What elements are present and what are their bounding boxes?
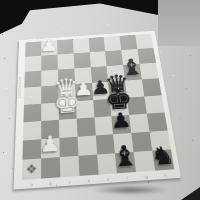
piece-black-bishop-f1[interactable]: ♝	[110, 141, 140, 171]
file-label-d: d	[79, 177, 98, 183]
square-e7[interactable]	[89, 51, 106, 67]
square-a8[interactable]	[25, 41, 41, 57]
square-b1[interactable]	[41, 157, 60, 179]
square-d7[interactable]	[73, 52, 90, 68]
square-c7[interactable]	[57, 54, 74, 70]
photo-shadow-bottom	[92, 185, 168, 195]
square-c8[interactable]	[57, 39, 73, 55]
file-label-b: b	[41, 180, 60, 186]
board-edge-brand-text: CHESSBOARD	[17, 77, 21, 99]
square-c1[interactable]	[60, 156, 80, 178]
piece-black-knight-h1[interactable]: ♞	[149, 142, 176, 168]
square-c2[interactable]	[59, 137, 78, 157]
photo-scene: CHESSBOARD abcdefgh ❖♟♝♛♟♟♛♚♚♟♟♝♞	[0, 0, 200, 200]
square-h8[interactable]	[135, 34, 153, 49]
table-surface-top-right	[158, 0, 200, 46]
file-label-h: h	[156, 172, 176, 178]
piece-white-king-c4[interactable]: ♚	[53, 89, 81, 118]
piece-white-pawn-b2[interactable]: ♟	[40, 133, 61, 156]
board-border: CHESSBOARD abcdefgh ❖♟♝♛♟♟♛♚♚♟♟♝♞	[14, 31, 181, 190]
board-logo-ornament-icon: ❖	[26, 162, 38, 175]
square-a2[interactable]	[22, 139, 41, 160]
square-d1[interactable]	[78, 154, 98, 176]
square-a5[interactable]	[24, 87, 41, 105]
square-e8[interactable]	[88, 37, 105, 52]
chess-board: CHESSBOARD abcdefgh ❖♟♝♛♟♟♛♚♚♟♟♝♞	[14, 31, 181, 190]
square-b7[interactable]	[41, 55, 57, 71]
square-a4[interactable]	[23, 103, 41, 122]
square-d8[interactable]	[73, 38, 90, 53]
square-d2[interactable]	[77, 135, 96, 155]
square-f8[interactable]	[104, 36, 121, 51]
square-c3[interactable]	[59, 118, 77, 138]
file-label-f: f	[117, 174, 137, 180]
square-h4[interactable]	[144, 95, 164, 113]
square-a7[interactable]	[25, 56, 41, 72]
file-label-g: g	[137, 173, 157, 179]
square-h3[interactable]	[147, 112, 168, 131]
file-label-c: c	[60, 178, 79, 184]
file-label-a: a	[22, 181, 41, 187]
square-d3[interactable]	[76, 117, 95, 136]
square-a6[interactable]	[24, 71, 41, 88]
piece-black-pawn-f3[interactable]: ♟	[110, 110, 132, 132]
square-h5[interactable]	[142, 79, 162, 97]
file-label-e: e	[98, 176, 118, 182]
piece-white-pawn-b8[interactable]: ♟	[40, 37, 58, 55]
square-a3[interactable]	[23, 121, 41, 141]
